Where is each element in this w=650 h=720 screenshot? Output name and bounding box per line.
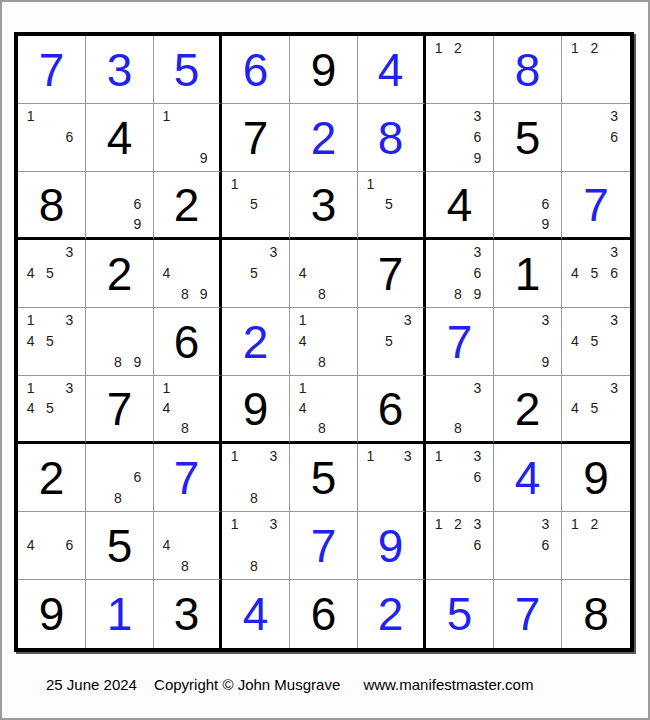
- pencil-marks: 1345: [21, 310, 79, 372]
- cell-r6c2[interactable]: 7: [86, 376, 154, 444]
- given-digit: 1: [515, 251, 541, 297]
- pencil-mark-8: 8: [176, 283, 195, 304]
- pencil-mark-8: 8: [244, 555, 263, 576]
- pencil-marks: 68: [89, 446, 147, 508]
- pencil-marks: 36: [565, 106, 624, 168]
- pencil-mark-4: 4: [21, 331, 40, 352]
- pencil-mark-1: 1: [21, 106, 40, 127]
- entered-digit: 5: [447, 591, 473, 637]
- pencil-mark-8: 8: [176, 418, 195, 438]
- cell-r1c4[interactable]: 6: [222, 36, 290, 104]
- pencil-mark-3: 3: [604, 106, 624, 127]
- pencil-mark-8: 8: [176, 555, 195, 576]
- pencil-mark-4: 4: [157, 398, 176, 418]
- pencil-marks: 148: [293, 310, 351, 372]
- cell-r2c6[interactable]: 8: [358, 104, 426, 172]
- cell-r8c7[interactable]: 1236: [426, 512, 494, 580]
- given-digit: 5: [515, 115, 541, 161]
- pencil-marks: 19: [157, 106, 213, 168]
- given-digit: 9: [583, 455, 609, 501]
- pencil-marks: 13: [361, 446, 417, 508]
- cell-r3c9[interactable]: 7: [562, 172, 630, 240]
- pencil-mark-4: 4: [21, 263, 40, 284]
- pencil-mark-8: 8: [312, 351, 331, 372]
- pencil-mark-6: 6: [60, 127, 79, 148]
- given-digit: 9: [39, 591, 65, 637]
- pencil-mark-3: 3: [264, 242, 283, 263]
- pencil-mark-8: 8: [244, 487, 263, 508]
- cell-r5c8[interactable]: 39: [494, 308, 562, 376]
- pencil-mark-3: 3: [468, 378, 487, 398]
- cell-r1c2[interactable]: 3: [86, 36, 154, 104]
- pencil-mark-2: 2: [585, 38, 605, 59]
- pencil-marks: 345: [565, 378, 624, 438]
- pencil-marks: 138: [225, 514, 283, 576]
- given-digit: 7: [243, 115, 269, 161]
- pencil-mark-4: 4: [21, 398, 40, 418]
- pencil-marks: 38: [429, 378, 487, 438]
- given-digit: 6: [311, 591, 337, 637]
- pencil-mark-5: 5: [244, 194, 263, 214]
- pencil-mark-1: 1: [361, 174, 380, 194]
- pencil-marks: 15: [225, 174, 283, 234]
- pencil-mark-4: 4: [157, 263, 176, 284]
- pencil-mark-5: 5: [585, 263, 605, 284]
- pencil-mark-4: 4: [21, 535, 40, 556]
- pencil-mark-1: 1: [293, 310, 312, 331]
- cell-r6c8[interactable]: 2: [494, 376, 562, 444]
- pencil-mark-3: 3: [398, 310, 417, 331]
- given-digit: 2: [39, 455, 65, 501]
- footer-date: 25 June 2024: [46, 676, 137, 693]
- pencil-marks: 15: [361, 174, 417, 234]
- cell-r9c7[interactable]: 5: [426, 580, 494, 648]
- pencil-marks: 35: [361, 310, 417, 372]
- pencil-mark-3: 3: [536, 310, 555, 331]
- pencil-mark-8: 8: [108, 487, 127, 508]
- pencil-mark-2: 2: [448, 514, 467, 535]
- pencil-mark-1: 1: [429, 38, 448, 59]
- cell-r3c8[interactable]: 69: [494, 172, 562, 240]
- cell-r9c3[interactable]: 3: [154, 580, 222, 648]
- cell-r6c1[interactable]: 1345: [18, 376, 86, 444]
- pencil-mark-8: 8: [312, 283, 331, 304]
- pencil-mark-3: 3: [604, 378, 624, 398]
- cell-r4c2[interactable]: 2: [86, 240, 154, 308]
- cell-r2c2[interactable]: 4: [86, 104, 154, 172]
- cell-r5c9[interactable]: 345: [562, 308, 630, 376]
- cell-r7c9[interactable]: 9: [562, 444, 630, 512]
- cell-r3c7[interactable]: 4: [426, 172, 494, 240]
- pencil-mark-3: 3: [264, 514, 283, 535]
- pencil-mark-6: 6: [604, 127, 624, 148]
- pencil-mark-1: 1: [21, 310, 40, 331]
- entered-digit: 4: [243, 591, 269, 637]
- given-digit: 3: [174, 591, 200, 637]
- cell-r4c4[interactable]: 35: [222, 240, 290, 308]
- cell-r9c2[interactable]: 1: [86, 580, 154, 648]
- cell-r7c6[interactable]: 13: [358, 444, 426, 512]
- given-digit: 7: [378, 251, 404, 297]
- entered-digit: 7: [174, 455, 200, 501]
- entered-digit: 7: [39, 47, 65, 93]
- pencil-mark-4: 4: [293, 398, 312, 418]
- cell-r5c3[interactable]: 6: [154, 308, 222, 376]
- pencil-mark-5: 5: [244, 263, 263, 284]
- pencil-mark-6: 6: [468, 535, 487, 556]
- pencil-mark-1: 1: [225, 446, 244, 467]
- pencil-mark-2: 2: [585, 514, 605, 535]
- pencil-mark-1: 1: [565, 38, 585, 59]
- pencil-mark-5: 5: [380, 194, 399, 214]
- cell-r2c8[interactable]: 5: [494, 104, 562, 172]
- pencil-marks: 12: [565, 514, 624, 576]
- cell-r7c4[interactable]: 138: [222, 444, 290, 512]
- entered-digit: 7: [515, 591, 541, 637]
- pencil-mark-8: 8: [312, 418, 331, 438]
- cell-r4c1[interactable]: 345: [18, 240, 86, 308]
- cell-r2c4[interactable]: 7: [222, 104, 290, 172]
- cell-r5c2[interactable]: 89: [86, 308, 154, 376]
- page: 7356941281216419728369536869215315469734…: [0, 0, 650, 720]
- pencil-mark-6: 6: [604, 263, 624, 284]
- pencil-marks: 89: [89, 310, 147, 372]
- cell-r3c3[interactable]: 2: [154, 172, 222, 240]
- pencil-mark-1: 1: [225, 514, 244, 535]
- cell-r4c6[interactable]: 7: [358, 240, 426, 308]
- cell-r7c7[interactable]: 136: [426, 444, 494, 512]
- pencil-marks: 12: [429, 38, 487, 100]
- cell-r2c5[interactable]: 2: [290, 104, 358, 172]
- footer: 25 June 2024 Copyright © John Musgrave w…: [46, 676, 533, 693]
- pencil-marks: 3456: [565, 242, 624, 304]
- given-digit: 4: [447, 182, 473, 228]
- cell-r1c9[interactable]: 12: [562, 36, 630, 104]
- cell-r9c9[interactable]: 8: [562, 580, 630, 648]
- cell-r3c2[interactable]: 69: [86, 172, 154, 240]
- pencil-marks: 46: [21, 514, 79, 576]
- cell-r9c1[interactable]: 9: [18, 580, 86, 648]
- entered-digit: 5: [174, 47, 200, 93]
- pencil-marks: 35: [225, 242, 283, 304]
- cell-r6c7[interactable]: 38: [426, 376, 494, 444]
- cell-r1c8[interactable]: 8: [494, 36, 562, 104]
- cell-r3c5[interactable]: 3: [290, 172, 358, 240]
- pencil-mark-2: 2: [448, 38, 467, 59]
- pencil-mark-1: 1: [361, 446, 380, 467]
- cell-r8c2[interactable]: 5: [86, 512, 154, 580]
- entered-digit: 3: [107, 47, 133, 93]
- pencil-mark-8: 8: [448, 418, 467, 438]
- pencil-mark-5: 5: [380, 331, 399, 352]
- pencil-marks: 48: [157, 514, 213, 576]
- given-digit: 9: [311, 47, 337, 93]
- pencil-mark-1: 1: [429, 514, 448, 535]
- given-digit: 5: [107, 523, 133, 569]
- pencil-marks: 489: [157, 242, 213, 304]
- given-digit: 2: [107, 251, 133, 297]
- pencil-mark-5: 5: [40, 331, 59, 352]
- pencil-mark-4: 4: [565, 398, 585, 418]
- sudoku-board: 7356941281216419728369536869215315469734…: [14, 32, 634, 652]
- pencil-marks: 1345: [21, 378, 79, 438]
- pencil-mark-3: 3: [604, 310, 624, 331]
- pencil-mark-4: 4: [293, 331, 312, 352]
- cell-r4c7[interactable]: 3689: [426, 240, 494, 308]
- cell-r6c6[interactable]: 6: [358, 376, 426, 444]
- cell-r5c4[interactable]: 2: [222, 308, 290, 376]
- cell-r2c1[interactable]: 16: [18, 104, 86, 172]
- entered-digit: 1: [107, 591, 133, 637]
- cell-r7c5[interactable]: 5: [290, 444, 358, 512]
- pencil-mark-1: 1: [225, 174, 244, 194]
- cell-r6c3[interactable]: 148: [154, 376, 222, 444]
- pencil-mark-9: 9: [536, 351, 555, 372]
- cell-r9c6[interactable]: 2: [358, 580, 426, 648]
- pencil-mark-3: 3: [536, 514, 555, 535]
- pencil-mark-8: 8: [108, 351, 127, 372]
- cell-r2c9[interactable]: 36: [562, 104, 630, 172]
- pencil-mark-3: 3: [60, 310, 79, 331]
- cell-r1c6[interactable]: 4: [358, 36, 426, 104]
- pencil-mark-3: 3: [60, 242, 79, 263]
- cell-r4c5[interactable]: 48: [290, 240, 358, 308]
- pencil-mark-8: 8: [448, 283, 467, 304]
- cell-r8c8[interactable]: 36: [494, 512, 562, 580]
- pencil-marks: 345: [565, 310, 624, 372]
- cell-r6c5[interactable]: 148: [290, 376, 358, 444]
- given-digit: 7: [107, 386, 133, 432]
- pencil-mark-1: 1: [157, 378, 176, 398]
- pencil-mark-9: 9: [128, 214, 147, 234]
- footer-copyright: Copyright © John Musgrave: [154, 676, 340, 693]
- entered-digit: 9: [378, 523, 404, 569]
- cell-r6c9[interactable]: 345: [562, 376, 630, 444]
- cell-r3c1[interactable]: 8: [18, 172, 86, 240]
- cell-r9c5[interactable]: 6: [290, 580, 358, 648]
- entered-digit: 6: [243, 47, 269, 93]
- cell-r8c4[interactable]: 138: [222, 512, 290, 580]
- cell-r1c5[interactable]: 9: [290, 36, 358, 104]
- pencil-mark-4: 4: [565, 263, 585, 284]
- pencil-mark-9: 9: [194, 283, 213, 304]
- entered-digit: 4: [515, 455, 541, 501]
- pencil-marks: 48: [293, 242, 351, 304]
- cell-r3c6[interactable]: 15: [358, 172, 426, 240]
- cell-r5c6[interactable]: 35: [358, 308, 426, 376]
- pencil-mark-4: 4: [157, 535, 176, 556]
- pencil-mark-5: 5: [585, 331, 605, 352]
- pencil-marks: 36: [497, 514, 555, 576]
- pencil-marks: 136: [429, 446, 487, 508]
- entered-digit: 7: [583, 182, 609, 228]
- entered-digit: 4: [378, 47, 404, 93]
- pencil-mark-1: 1: [293, 378, 312, 398]
- pencil-mark-9: 9: [128, 351, 147, 372]
- pencil-mark-3: 3: [264, 446, 283, 467]
- cell-r8c3[interactable]: 48: [154, 512, 222, 580]
- entered-digit: 7: [311, 523, 337, 569]
- given-digit: 8: [583, 591, 609, 637]
- pencil-mark-9: 9: [468, 147, 487, 168]
- pencil-marks: 39: [497, 310, 555, 372]
- pencil-mark-3: 3: [468, 514, 487, 535]
- pencil-mark-6: 6: [60, 535, 79, 556]
- given-digit: 8: [39, 182, 65, 228]
- pencil-mark-5: 5: [40, 263, 59, 284]
- pencil-mark-1: 1: [157, 106, 176, 127]
- pencil-marks: 345: [21, 242, 79, 304]
- entered-digit: 2: [243, 319, 269, 365]
- cell-r7c3[interactable]: 7: [154, 444, 222, 512]
- pencil-mark-9: 9: [468, 283, 487, 304]
- given-digit: 3: [311, 182, 337, 228]
- pencil-marks: 148: [293, 378, 351, 438]
- given-digit: 2: [174, 182, 200, 228]
- pencil-mark-9: 9: [194, 147, 213, 168]
- cell-r7c2[interactable]: 68: [86, 444, 154, 512]
- given-digit: 6: [174, 319, 200, 365]
- pencil-mark-3: 3: [468, 242, 487, 263]
- cell-r8c1[interactable]: 46: [18, 512, 86, 580]
- pencil-mark-6: 6: [468, 263, 487, 284]
- pencil-marks: 16: [21, 106, 79, 168]
- pencil-mark-3: 3: [468, 106, 487, 127]
- pencil-marks: 69: [497, 174, 555, 234]
- pencil-marks: 369: [429, 106, 487, 168]
- cell-r4c8[interactable]: 1: [494, 240, 562, 308]
- cell-r1c3[interactable]: 5: [154, 36, 222, 104]
- cell-r2c7[interactable]: 369: [426, 104, 494, 172]
- cell-r8c6[interactable]: 9: [358, 512, 426, 580]
- cell-r6c4[interactable]: 9: [222, 376, 290, 444]
- pencil-mark-3: 3: [398, 446, 417, 467]
- cell-r5c7[interactable]: 7: [426, 308, 494, 376]
- pencil-mark-6: 6: [536, 194, 555, 214]
- entered-digit: 8: [378, 115, 404, 161]
- given-digit: 5: [311, 455, 337, 501]
- cell-r7c8[interactable]: 4: [494, 444, 562, 512]
- pencil-marks: 148: [157, 378, 213, 438]
- entered-digit: 7: [447, 319, 473, 365]
- cell-r5c5[interactable]: 148: [290, 308, 358, 376]
- given-digit: 9: [243, 386, 269, 432]
- pencil-mark-3: 3: [60, 378, 79, 398]
- entered-digit: 8: [515, 47, 541, 93]
- cell-r9c4[interactable]: 4: [222, 580, 290, 648]
- cell-r4c3[interactable]: 489: [154, 240, 222, 308]
- pencil-mark-1: 1: [21, 378, 40, 398]
- pencil-mark-4: 4: [293, 263, 312, 284]
- cell-r4c9[interactable]: 3456: [562, 240, 630, 308]
- pencil-mark-5: 5: [40, 398, 59, 418]
- given-digit: 2: [515, 386, 541, 432]
- pencil-mark-1: 1: [429, 446, 448, 467]
- cell-r9c8[interactable]: 7: [494, 580, 562, 648]
- pencil-mark-3: 3: [468, 446, 487, 467]
- footer-url: www.manifestmaster.com: [363, 676, 533, 693]
- cell-r8c5[interactable]: 7: [290, 512, 358, 580]
- cell-r1c7[interactable]: 12: [426, 36, 494, 104]
- pencil-mark-9: 9: [536, 214, 555, 234]
- cell-r1c1[interactable]: 7: [18, 36, 86, 104]
- pencil-mark-4: 4: [565, 331, 585, 352]
- cell-r2c3[interactable]: 19: [154, 104, 222, 172]
- cell-r3c4[interactable]: 15: [222, 172, 290, 240]
- pencil-marks: 3689: [429, 242, 487, 304]
- pencil-mark-6: 6: [128, 467, 147, 488]
- pencil-marks: 1236: [429, 514, 487, 576]
- pencil-marks: 12: [565, 38, 624, 100]
- entered-digit: 2: [311, 115, 337, 161]
- cell-r5c1[interactable]: 1345: [18, 308, 86, 376]
- pencil-mark-6: 6: [468, 467, 487, 488]
- pencil-marks: 69: [89, 174, 147, 234]
- pencil-mark-5: 5: [585, 398, 605, 418]
- pencil-mark-6: 6: [468, 127, 487, 148]
- cell-r7c1[interactable]: 2: [18, 444, 86, 512]
- entered-digit: 2: [378, 591, 404, 637]
- given-digit: 4: [107, 115, 133, 161]
- pencil-mark-3: 3: [604, 242, 624, 263]
- given-digit: 6: [378, 386, 404, 432]
- pencil-marks: 138: [225, 446, 283, 508]
- pencil-mark-6: 6: [128, 194, 147, 214]
- cell-r8c9[interactable]: 12: [562, 512, 630, 580]
- pencil-mark-6: 6: [536, 535, 555, 556]
- pencil-mark-1: 1: [565, 514, 585, 535]
